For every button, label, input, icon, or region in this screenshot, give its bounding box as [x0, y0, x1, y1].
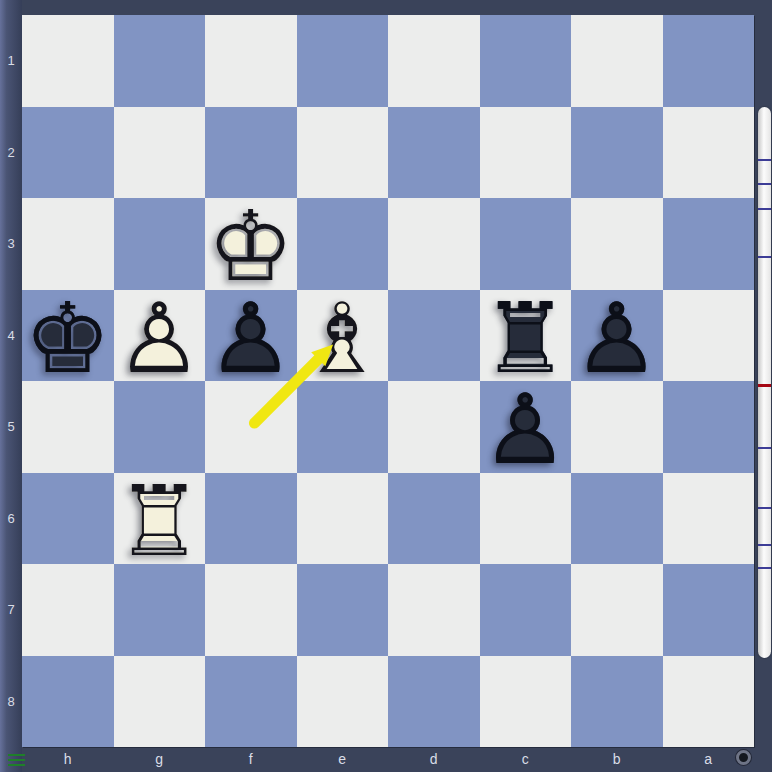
square-f8[interactable] — [205, 656, 297, 748]
square-a6[interactable] — [663, 473, 755, 565]
white-pawn[interactable]: ♟♙ — [114, 290, 206, 382]
square-e6[interactable] — [297, 473, 389, 565]
square-c2[interactable] — [480, 107, 572, 199]
square-c1[interactable] — [480, 15, 572, 107]
eval-tick-0 — [758, 159, 771, 161]
square-h1[interactable] — [22, 15, 114, 107]
square-h2[interactable] — [22, 107, 114, 199]
square-g6[interactable]: ♜♖ — [114, 473, 206, 565]
bishop-outline-glyph: ♗ — [297, 293, 389, 385]
square-f2[interactable] — [205, 107, 297, 199]
square-a3[interactable] — [663, 198, 755, 290]
square-f5[interactable] — [205, 381, 297, 473]
pawn-outline-glyph: ♙ — [205, 293, 297, 385]
square-a7[interactable] — [663, 564, 755, 656]
eval-tick-4 — [758, 447, 771, 449]
chess-app-window: 12345678 ♚♔♚♔♟♙♟♙♝♗♜♖♟♙♟♙♜♖ hgfedcba — [0, 0, 772, 772]
square-h3[interactable] — [22, 198, 114, 290]
black-king[interactable]: ♚♔ — [22, 290, 114, 382]
square-d3[interactable] — [388, 198, 480, 290]
square-c6[interactable] — [480, 473, 572, 565]
white-king[interactable]: ♚♔ — [205, 198, 297, 290]
square-e8[interactable] — [297, 656, 389, 748]
black-pawn[interactable]: ♟♙ — [571, 290, 663, 382]
square-b7[interactable] — [571, 564, 663, 656]
rank-label-7: 7 — [0, 564, 22, 656]
square-e5[interactable] — [297, 381, 389, 473]
rank-label-1: 1 — [0, 15, 22, 107]
square-h5[interactable] — [22, 381, 114, 473]
square-f7[interactable] — [205, 564, 297, 656]
square-a8[interactable] — [663, 656, 755, 748]
square-c8[interactable] — [480, 656, 572, 748]
square-g3[interactable] — [114, 198, 206, 290]
square-d7[interactable] — [388, 564, 480, 656]
file-label-f: f — [205, 747, 297, 772]
file-labels: hgfedcba — [22, 747, 754, 772]
black-rook[interactable]: ♜♖ — [480, 290, 572, 382]
square-a1[interactable] — [663, 15, 755, 107]
square-e1[interactable] — [297, 15, 389, 107]
pawn-outline-glyph: ♙ — [114, 293, 206, 385]
square-g7[interactable] — [114, 564, 206, 656]
white-rook[interactable]: ♜♖ — [114, 473, 206, 565]
square-b6[interactable] — [571, 473, 663, 565]
square-h6[interactable] — [22, 473, 114, 565]
square-g1[interactable] — [114, 15, 206, 107]
square-e7[interactable] — [297, 564, 389, 656]
rank-label-3: 3 — [0, 198, 22, 290]
square-g2[interactable] — [114, 107, 206, 199]
square-b5[interactable] — [571, 381, 663, 473]
square-a4[interactable] — [663, 290, 755, 382]
square-f4[interactable]: ♟♙ — [205, 290, 297, 382]
eval-tick-1 — [758, 183, 771, 185]
square-f1[interactable] — [205, 15, 297, 107]
king-outline-glyph: ♔ — [205, 201, 297, 293]
pawn-outline-glyph: ♙ — [571, 293, 663, 385]
rook-outline-glyph: ♖ — [114, 476, 206, 568]
square-d8[interactable] — [388, 656, 480, 748]
pawn-outline-glyph: ♙ — [480, 384, 572, 476]
eval-tick-7 — [758, 567, 771, 569]
file-label-h: h — [22, 747, 114, 772]
file-label-b: b — [571, 747, 663, 772]
file-label-d: d — [388, 747, 480, 772]
eval-tick-2 — [758, 208, 771, 210]
rank-label-5: 5 — [0, 381, 22, 473]
square-b4[interactable]: ♟♙ — [571, 290, 663, 382]
square-b1[interactable] — [571, 15, 663, 107]
square-g8[interactable] — [114, 656, 206, 748]
square-b3[interactable] — [571, 198, 663, 290]
square-e2[interactable] — [297, 107, 389, 199]
rook-outline-glyph: ♖ — [480, 293, 572, 385]
square-d1[interactable] — [388, 15, 480, 107]
square-d6[interactable] — [388, 473, 480, 565]
eval-tick-3 — [758, 256, 771, 258]
black-pawn[interactable]: ♟♙ — [480, 381, 572, 473]
square-h8[interactable] — [22, 656, 114, 748]
eval-bar[interactable] — [758, 107, 771, 658]
square-c7[interactable] — [480, 564, 572, 656]
square-f3[interactable]: ♚♔ — [205, 198, 297, 290]
square-b8[interactable] — [571, 656, 663, 748]
square-b2[interactable] — [571, 107, 663, 199]
square-c4[interactable]: ♜♖ — [480, 290, 572, 382]
file-label-g: g — [114, 747, 206, 772]
black-pawn[interactable]: ♟♙ — [205, 290, 297, 382]
rank-label-8: 8 — [0, 656, 22, 748]
square-e3[interactable] — [297, 198, 389, 290]
eval-center-marker — [758, 384, 771, 387]
square-a2[interactable] — [663, 107, 755, 199]
file-label-e: e — [297, 747, 389, 772]
board[interactable]: ♚♔♚♔♟♙♟♙♝♗♜♖♟♙♟♙♜♖ — [22, 15, 754, 747]
square-f6[interactable] — [205, 473, 297, 565]
square-d2[interactable] — [388, 107, 480, 199]
square-h4[interactable]: ♚♔ — [22, 290, 114, 382]
square-a5[interactable] — [663, 381, 755, 473]
square-d4[interactable] — [388, 290, 480, 382]
rank-label-4: 4 — [0, 290, 22, 382]
green-menu-lines-icon[interactable] — [8, 754, 25, 766]
record-target-icon[interactable] — [736, 750, 751, 765]
rank-label-6: 6 — [0, 473, 22, 565]
square-c3[interactable] — [480, 198, 572, 290]
file-label-c: c — [480, 747, 572, 772]
square-g5[interactable] — [114, 381, 206, 473]
king-outline-glyph: ♔ — [22, 293, 114, 385]
square-h7[interactable] — [22, 564, 114, 656]
square-d5[interactable] — [388, 381, 480, 473]
rank-label-2: 2 — [0, 107, 22, 199]
square-c5[interactable]: ♟♙ — [480, 381, 572, 473]
white-bishop[interactable]: ♝♗ — [297, 290, 389, 382]
square-e4[interactable]: ♝♗ — [297, 290, 389, 382]
eval-tick-5 — [758, 507, 771, 509]
rank-labels: 12345678 — [0, 15, 22, 747]
square-g4[interactable]: ♟♙ — [114, 290, 206, 382]
eval-tick-6 — [758, 544, 771, 546]
